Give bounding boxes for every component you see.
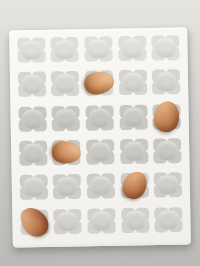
tray-cell <box>15 102 49 137</box>
egg-tray-grid <box>9 27 191 247</box>
tray-cell <box>151 168 185 203</box>
tray-cell <box>152 202 186 237</box>
tray-cell <box>83 100 117 135</box>
tray-cell <box>14 33 48 68</box>
cell-hole <box>58 212 78 231</box>
tray-cell <box>48 67 82 102</box>
tray-cell <box>84 169 118 204</box>
tray-cell <box>118 203 152 238</box>
cell-hole <box>157 141 177 160</box>
egg <box>82 70 116 97</box>
tray-cell <box>116 65 150 100</box>
cell-hole <box>21 41 41 60</box>
cell-hole <box>23 178 43 197</box>
tray-cell <box>150 99 184 134</box>
tray-cell <box>17 170 51 205</box>
cell-hole <box>122 73 142 92</box>
egg <box>118 168 151 203</box>
tray-cell <box>117 134 151 169</box>
egg <box>152 99 182 134</box>
cell-hole <box>22 109 42 128</box>
cell-hole <box>88 39 108 58</box>
photo-background <box>0 0 200 266</box>
tray-cell <box>150 134 184 169</box>
cell-hole <box>91 177 111 196</box>
tray-cell <box>84 203 118 238</box>
cell-hole <box>57 177 77 196</box>
tray-cell <box>50 170 84 205</box>
cell-hole <box>155 38 175 57</box>
tray-cell <box>16 136 50 171</box>
tray-cell <box>117 168 151 203</box>
cell-hole <box>89 108 109 127</box>
cell-hole <box>158 210 178 229</box>
cell-hole <box>125 211 145 230</box>
tray-cell <box>49 101 83 136</box>
tray-cell <box>82 66 116 101</box>
tray-cell <box>17 205 51 240</box>
tray-cell <box>81 32 115 67</box>
cell-hole <box>55 74 75 93</box>
cell-hole <box>122 39 142 58</box>
cell-hole <box>91 211 111 230</box>
cell-hole <box>56 109 76 128</box>
cell-hole <box>124 142 144 161</box>
egg <box>15 202 53 241</box>
foam-egg-tray <box>9 27 191 247</box>
tray-cell <box>48 32 82 67</box>
tray-cell <box>51 204 85 239</box>
tray-cell <box>149 31 183 66</box>
cell-hole <box>158 176 178 195</box>
cell-hole <box>123 108 143 127</box>
cell-hole <box>22 75 42 94</box>
tray-cell <box>149 65 183 100</box>
egg <box>51 141 81 165</box>
tray-cell <box>116 100 150 135</box>
cell-hole <box>90 142 110 161</box>
cell-hole <box>156 73 176 92</box>
tray-cell <box>83 135 117 170</box>
cell-hole <box>23 144 43 163</box>
tray-cell <box>50 135 84 170</box>
tray-cell <box>115 31 149 66</box>
tray-cell <box>15 67 49 102</box>
cell-hole <box>55 40 75 59</box>
